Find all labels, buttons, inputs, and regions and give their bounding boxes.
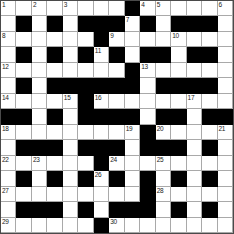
black-cell-r1c9 (140, 16, 155, 31)
cell-r0c3[interactable] (47, 1, 62, 16)
cell-r8c1[interactable] (16, 125, 31, 140)
clue-number-27: 27 (2, 187, 9, 194)
cell-r2c12[interactable] (187, 32, 202, 47)
cell-r8c13[interactable] (202, 125, 217, 140)
cell-r7c4[interactable] (63, 109, 78, 124)
cell-r12c12[interactable] (187, 187, 202, 202)
black-cell-r3c13 (202, 47, 217, 62)
black-cell-r11c13 (202, 171, 217, 186)
crossword-grid: 1234567891011121314151617181920212223242… (0, 0, 234, 234)
cell-r9c14[interactable] (218, 140, 233, 155)
cell-r14c0[interactable]: 29 (1, 218, 16, 233)
black-cell-r13c1 (16, 202, 31, 217)
cell-r12c5[interactable] (78, 187, 93, 202)
black-cell-r1c5 (78, 16, 93, 31)
clue-number-2: 2 (33, 1, 36, 8)
clue-number-23: 23 (33, 156, 40, 163)
black-cell-r13c13 (202, 202, 217, 217)
black-cell-r5c7 (109, 78, 124, 93)
cell-r0c10[interactable]: 5 (156, 1, 171, 16)
black-cell-r3c12 (187, 47, 202, 62)
clue-number-5: 5 (157, 1, 160, 8)
cell-r3c11[interactable] (171, 47, 186, 62)
cell-r11c2[interactable] (32, 171, 47, 186)
black-cell-r1c7 (109, 16, 124, 31)
clue-number-11: 11 (95, 47, 101, 54)
black-cell-r5c6 (94, 78, 109, 93)
cell-r8c5[interactable] (78, 125, 93, 140)
cell-r0c6[interactable] (94, 1, 109, 16)
black-cell-r14c6 (94, 218, 109, 233)
black-cell-r13c9 (140, 202, 155, 217)
cell-r0c9[interactable]: 4 (140, 1, 155, 16)
cell-r9c8[interactable] (125, 140, 140, 155)
cell-r6c0[interactable]: 14 (1, 94, 16, 109)
cell-r12c4[interactable] (63, 187, 78, 202)
cell-r6c13[interactable] (202, 94, 217, 109)
black-cell-r7c14 (218, 109, 233, 124)
cell-r2c5[interactable] (78, 32, 93, 47)
cell-r14c2[interactable] (32, 218, 47, 233)
clue-number-22: 22 (2, 156, 9, 163)
black-cell-r4c8 (125, 63, 140, 78)
cell-r6c4[interactable]: 15 (63, 94, 78, 109)
cell-r2c13[interactable] (202, 32, 217, 47)
cell-r10c7[interactable]: 24 (109, 156, 124, 171)
cell-r9c12[interactable] (187, 140, 202, 155)
black-cell-r7c13 (202, 109, 217, 124)
cell-r9c4[interactable] (63, 140, 78, 155)
cell-r5c2[interactable] (32, 78, 47, 93)
black-cell-r1c12 (187, 16, 202, 31)
cell-r4c4[interactable] (63, 63, 78, 78)
clue-number-17: 17 (188, 94, 195, 101)
black-cell-r11c11 (171, 171, 186, 186)
cell-r4c11[interactable] (171, 63, 186, 78)
cell-r10c3[interactable] (47, 156, 62, 171)
clue-number-19: 19 (126, 125, 133, 132)
cell-r3c4[interactable] (63, 47, 78, 62)
black-cell-r0c8 (125, 1, 140, 16)
cell-r8c14[interactable]: 21 (218, 125, 233, 140)
black-cell-r7c8 (125, 109, 140, 124)
cell-r14c13[interactable] (202, 218, 217, 233)
cell-r11c12[interactable] (187, 171, 202, 186)
black-cell-r1c3 (47, 16, 62, 31)
black-cell-r5c10 (156, 78, 171, 93)
cell-r6c10[interactable] (156, 94, 171, 109)
cell-r14c7[interactable]: 30 (109, 218, 124, 233)
cell-r2c1[interactable] (16, 32, 31, 47)
cell-r4c10[interactable] (156, 63, 171, 78)
black-cell-r9c1 (16, 140, 31, 155)
cell-r6c2[interactable] (32, 94, 47, 109)
cell-r2c9[interactable] (140, 32, 155, 47)
clue-number-3: 3 (64, 1, 67, 8)
cell-r6c6[interactable]: 16 (94, 94, 109, 109)
cell-r0c4[interactable]: 3 (63, 1, 78, 16)
cell-r10c1[interactable] (16, 156, 31, 171)
cell-r4c0[interactable]: 12 (1, 63, 16, 78)
cell-r5c0[interactable] (1, 78, 16, 93)
black-cell-r3c9 (140, 47, 155, 62)
cell-r2c10[interactable] (156, 32, 171, 47)
cell-r0c13[interactable] (202, 1, 217, 16)
clue-number-15: 15 (64, 94, 71, 101)
cell-r9c0[interactable] (1, 140, 16, 155)
cell-r11c4[interactable] (63, 171, 78, 186)
cell-r4c2[interactable] (32, 63, 47, 78)
black-cell-r9c7 (109, 140, 124, 155)
cell-r0c14[interactable]: 6 (218, 1, 233, 16)
cell-r6c9[interactable] (140, 94, 155, 109)
cell-r12c2[interactable] (32, 187, 47, 202)
cell-r6c3[interactable] (47, 94, 62, 109)
cell-r11c14[interactable] (218, 171, 233, 186)
black-cell-r9c2 (32, 140, 47, 155)
cell-r10c4[interactable] (63, 156, 78, 171)
black-cell-r11c7 (109, 171, 124, 186)
black-cell-r3c1 (16, 47, 31, 62)
cell-r2c3[interactable] (47, 32, 62, 47)
black-cell-r13c11 (171, 202, 186, 217)
black-cell-r2c6 (94, 32, 109, 47)
cell-r8c4[interactable] (63, 125, 78, 140)
cell-r4c7[interactable] (109, 63, 124, 78)
cell-r14c5[interactable] (78, 218, 93, 233)
clue-number-7: 7 (126, 16, 129, 23)
clue-number-25: 25 (157, 156, 164, 163)
cell-r10c13[interactable] (202, 156, 217, 171)
cell-r6c7[interactable] (109, 94, 124, 109)
cell-r13c6[interactable] (94, 202, 109, 217)
cell-r10c2[interactable]: 23 (32, 156, 47, 171)
cell-r10c11[interactable] (171, 156, 186, 171)
cell-r7c9[interactable] (140, 109, 155, 124)
cell-r12c14[interactable] (218, 187, 233, 202)
cell-r10c10[interactable]: 25 (156, 156, 171, 171)
black-cell-r11c1 (16, 171, 31, 186)
cell-r14c14[interactable] (218, 218, 233, 233)
cell-r10c0[interactable]: 22 (1, 156, 16, 171)
black-cell-r9c3 (47, 140, 62, 155)
cell-r4c14[interactable] (218, 63, 233, 78)
black-cell-r7c3 (47, 109, 62, 124)
clue-number-18: 18 (2, 125, 9, 132)
cell-r2c7[interactable]: 9 (109, 32, 124, 47)
crossword-puzzle: 1234567891011121314151617181920212223242… (0, 0, 234, 234)
black-cell-r3c7 (109, 47, 124, 62)
cell-r5c14[interactable] (218, 78, 233, 93)
black-cell-r13c8 (125, 202, 140, 217)
cell-r12c7[interactable] (109, 187, 124, 202)
black-cell-r11c5 (78, 171, 93, 186)
cell-r7c2[interactable] (32, 109, 47, 124)
cell-r1c14[interactable] (218, 16, 233, 31)
black-cell-r13c3 (47, 202, 62, 217)
cell-r8c0[interactable]: 18 (1, 125, 16, 140)
cell-r14c3[interactable] (47, 218, 62, 233)
cell-r4c12[interactable] (187, 63, 202, 78)
black-cell-r7c7 (109, 109, 124, 124)
cell-r6c1[interactable] (16, 94, 31, 109)
black-cell-r11c9 (140, 171, 155, 186)
black-cell-r12c9 (140, 187, 155, 202)
black-cell-r13c5 (78, 202, 93, 217)
black-cell-r7c6 (94, 109, 109, 124)
black-cell-r7c10 (156, 109, 171, 124)
cell-r3c2[interactable] (32, 47, 47, 62)
cell-r0c12[interactable] (187, 1, 202, 16)
cell-r8c12[interactable] (187, 125, 202, 140)
cell-r4c3[interactable] (47, 63, 62, 78)
cell-r14c12[interactable] (187, 218, 202, 233)
black-cell-r8c9 (140, 125, 155, 140)
cell-r10c5[interactable] (78, 156, 93, 171)
cell-r1c10[interactable] (156, 16, 171, 31)
black-cell-r5c4 (63, 78, 78, 93)
cell-r0c1[interactable] (16, 1, 31, 16)
cell-r8c6[interactable] (94, 125, 109, 140)
cell-r10c8[interactable] (125, 156, 140, 171)
cell-r12c6[interactable] (94, 187, 109, 202)
black-cell-r13c2 (32, 202, 47, 217)
cell-r13c4[interactable] (63, 202, 78, 217)
cell-r2c8[interactable] (125, 32, 140, 47)
black-cell-r5c1 (16, 78, 31, 93)
cell-r12c8[interactable] (125, 187, 140, 202)
cell-r11c0[interactable] (1, 171, 16, 186)
clue-number-12: 12 (2, 63, 9, 70)
cell-r4c5[interactable] (78, 63, 93, 78)
clue-number-29: 29 (2, 218, 9, 225)
black-cell-r10c6 (94, 156, 109, 171)
cell-r4c6[interactable] (94, 63, 109, 78)
cell-r10c12[interactable] (187, 156, 202, 171)
cell-r12c10[interactable]: 28 (156, 187, 171, 202)
cell-r1c2[interactable] (32, 16, 47, 31)
cell-r12c13[interactable] (202, 187, 217, 202)
cell-r13c0[interactable] (1, 202, 16, 217)
clue-number-9: 9 (110, 32, 113, 39)
clue-number-14: 14 (2, 94, 9, 101)
cell-r8c11[interactable] (171, 125, 186, 140)
cell-r11c8[interactable] (125, 171, 140, 186)
clue-number-28: 28 (157, 187, 164, 194)
cell-r1c8[interactable]: 7 (125, 16, 140, 31)
cell-r2c11[interactable]: 10 (171, 32, 186, 47)
cell-r4c13[interactable] (202, 63, 217, 78)
clue-number-8: 8 (2, 32, 5, 39)
cell-r8c10[interactable]: 20 (156, 125, 171, 140)
black-cell-r7c5 (78, 109, 93, 124)
cell-r14c1[interactable] (16, 218, 31, 233)
black-cell-r1c6 (94, 16, 109, 31)
cell-r13c12[interactable] (187, 202, 202, 217)
cell-r13c14[interactable] (218, 202, 233, 217)
cell-r14c9[interactable] (140, 218, 155, 233)
cell-r6c11[interactable] (171, 94, 186, 109)
cell-r2c0[interactable]: 8 (1, 32, 16, 47)
cell-r0c0[interactable]: 1 (1, 1, 16, 16)
cell-r3c6[interactable]: 11 (94, 47, 109, 62)
cell-r3c8[interactable] (125, 47, 140, 62)
cell-r8c7[interactable] (109, 125, 124, 140)
cell-r8c8[interactable]: 19 (125, 125, 140, 140)
cell-r14c10[interactable] (156, 218, 171, 233)
black-cell-r5c5 (78, 78, 93, 93)
black-cell-r5c3 (47, 78, 62, 93)
black-cell-r1c11 (171, 16, 186, 31)
clue-number-26: 26 (95, 171, 102, 178)
black-cell-r3c5 (78, 47, 93, 62)
black-cell-r5c11 (171, 78, 186, 93)
cell-r11c6[interactable]: 26 (94, 171, 109, 186)
cell-r12c1[interactable] (16, 187, 31, 202)
cell-r6c12[interactable]: 17 (187, 94, 202, 109)
black-cell-r7c1 (16, 109, 31, 124)
cell-r2c14[interactable] (218, 32, 233, 47)
cell-r10c14[interactable] (218, 156, 233, 171)
black-cell-r5c12 (187, 78, 202, 93)
clue-number-20: 20 (157, 125, 164, 132)
cell-r11c10[interactable] (156, 171, 171, 186)
clue-number-6: 6 (219, 1, 222, 8)
clue-number-13: 13 (141, 63, 148, 70)
cell-r12c11[interactable] (171, 187, 186, 202)
black-cell-r6c5 (78, 94, 93, 109)
black-cell-r9c11 (171, 140, 186, 155)
cell-r0c2[interactable]: 2 (32, 1, 47, 16)
cell-r6c14[interactable] (218, 94, 233, 109)
cell-r12c3[interactable] (47, 187, 62, 202)
cell-r0c11[interactable] (171, 1, 186, 16)
cell-r7c12[interactable] (187, 109, 202, 124)
cell-r0c7[interactable] (109, 1, 124, 16)
cell-r3c14[interactable] (218, 47, 233, 62)
black-cell-r11c3 (47, 171, 62, 186)
clue-number-16: 16 (95, 94, 102, 101)
cell-r6c8[interactable] (125, 94, 140, 109)
cell-r5c9[interactable] (140, 78, 155, 93)
black-cell-r5c8 (125, 78, 140, 93)
black-cell-r5c13 (202, 78, 217, 93)
black-cell-r3c3 (47, 47, 62, 62)
black-cell-r13c7 (109, 202, 124, 217)
black-cell-r3c10 (156, 47, 171, 62)
black-cell-r7c11 (171, 109, 186, 124)
cell-r14c11[interactable] (171, 218, 186, 233)
cell-r13c10[interactable] (156, 202, 171, 217)
cell-r14c4[interactable] (63, 218, 78, 233)
cell-r1c4[interactable] (63, 16, 78, 31)
black-cell-r7c0 (1, 109, 16, 124)
black-cell-r9c5 (78, 140, 93, 155)
clue-number-1: 1 (2, 1, 5, 8)
cell-r12c0[interactable]: 27 (1, 187, 16, 202)
clue-number-30: 30 (110, 218, 117, 225)
cell-r1c0[interactable] (1, 16, 16, 31)
cell-r14c8[interactable] (125, 218, 140, 233)
cell-r10c9[interactable] (140, 156, 155, 171)
cell-r4c1[interactable] (16, 63, 31, 78)
cell-r8c2[interactable] (32, 125, 47, 140)
clue-number-10: 10 (172, 32, 179, 39)
black-cell-r9c10 (156, 140, 171, 155)
clue-number-21: 21 (219, 125, 226, 132)
black-cell-r1c1 (16, 16, 31, 31)
cell-r4c9[interactable]: 13 (140, 63, 155, 78)
black-cell-r9c13 (202, 140, 217, 155)
clue-number-4: 4 (141, 1, 144, 8)
clue-number-24: 24 (110, 156, 117, 163)
cell-r2c4[interactable] (63, 32, 78, 47)
black-cell-r9c9 (140, 140, 155, 155)
cell-r8c3[interactable] (47, 125, 62, 140)
black-cell-r9c6 (94, 140, 109, 155)
cell-r0c5[interactable] (78, 1, 93, 16)
cell-r3c0[interactable] (1, 47, 16, 62)
black-cell-r1c13 (202, 16, 217, 31)
cell-r2c2[interactable] (32, 32, 47, 47)
